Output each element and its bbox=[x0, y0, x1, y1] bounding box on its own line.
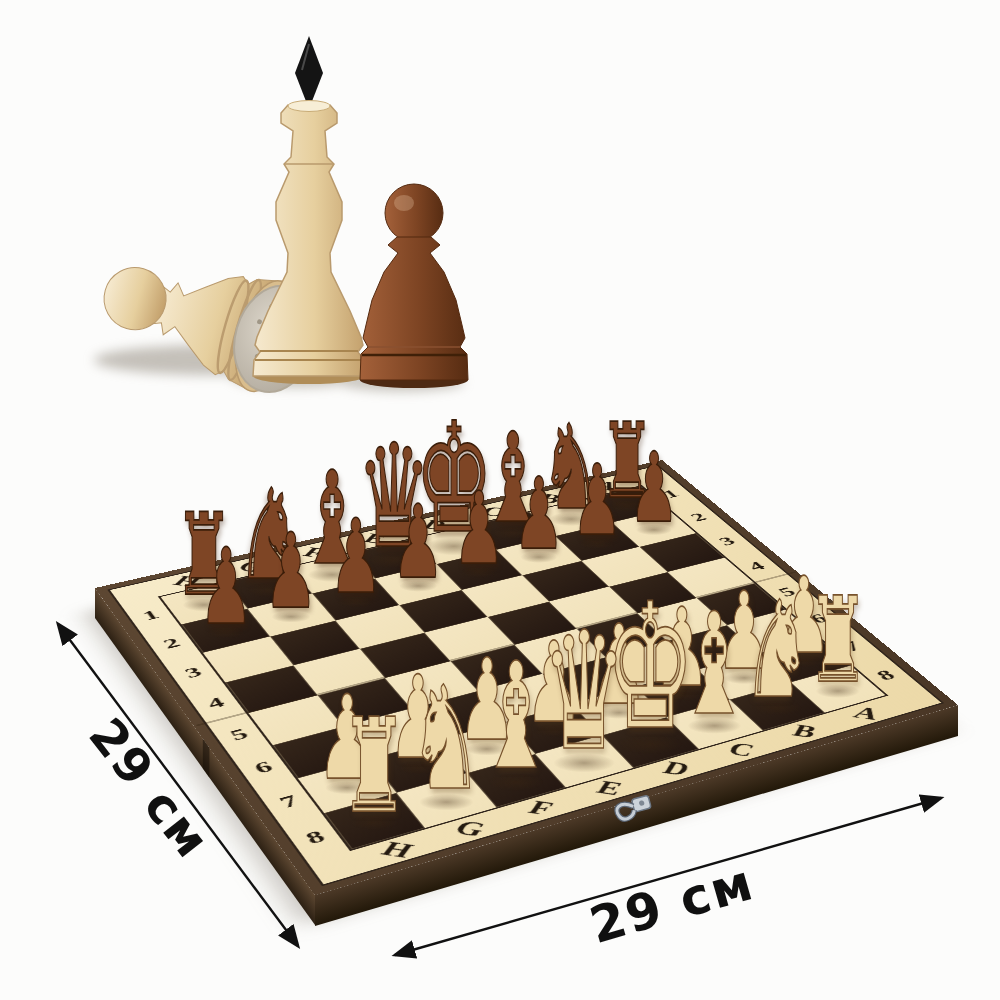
loose-pieces bbox=[52, 10, 484, 440]
dimension-label-bottom: 29 см bbox=[584, 853, 761, 955]
loose-dark-pawn bbox=[360, 184, 468, 388]
product-photo: { "game": "chess", "scene": { "title": "… bbox=[0, 0, 1000, 1000]
chess-board: 1122334455667788HHGGFFEEDDCCBBAA bbox=[95, 460, 958, 895]
dark-pawn-head bbox=[385, 184, 443, 242]
loose-king bbox=[253, 36, 365, 384]
